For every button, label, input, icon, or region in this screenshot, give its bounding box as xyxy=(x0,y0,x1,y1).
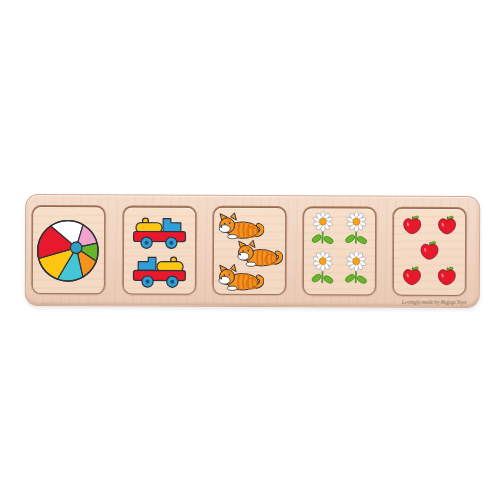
daisy-icon xyxy=(311,211,334,244)
apple-icon xyxy=(421,241,438,260)
daisy-icon xyxy=(344,212,367,245)
puzzle-tile-cat[interactable] xyxy=(214,208,285,294)
daisy-icon xyxy=(311,251,334,284)
branding-text: Lovingly made by Bigjigs Toys xyxy=(401,299,465,305)
apple-icon xyxy=(438,266,455,285)
tile-slot-5 xyxy=(392,207,467,297)
train-art xyxy=(126,209,193,291)
tile-slots xyxy=(26,195,479,307)
daisy-art xyxy=(306,210,373,292)
apple-icon xyxy=(404,215,421,234)
train-icon xyxy=(133,257,185,287)
beach-ball-icon xyxy=(37,220,98,281)
beach-ball-art xyxy=(35,209,102,291)
apple-art xyxy=(396,211,463,293)
tile-slot-3 xyxy=(212,206,287,296)
apple-icon xyxy=(439,215,456,234)
puzzle-tile-apple[interactable] xyxy=(394,209,465,295)
product-photo: Lovingly made by Bigjigs Toys xyxy=(0,0,500,500)
puzzle-tile-train[interactable] xyxy=(124,207,195,293)
puzzle-tray: Lovingly made by Bigjigs Toys xyxy=(25,194,480,308)
train-icon xyxy=(134,218,186,248)
cat-icon xyxy=(238,240,281,266)
cat-art xyxy=(216,210,283,292)
tile-slot-4 xyxy=(302,206,377,296)
puzzle-tile-daisy[interactable] xyxy=(304,208,375,294)
apple-icon xyxy=(404,266,421,285)
cat-icon xyxy=(219,264,262,290)
puzzle-tile-beach-ball[interactable] xyxy=(33,207,104,293)
daisy-icon xyxy=(344,251,367,284)
tile-slot-2 xyxy=(122,205,197,295)
cat-icon xyxy=(219,213,262,239)
tile-slot-1 xyxy=(31,205,106,295)
